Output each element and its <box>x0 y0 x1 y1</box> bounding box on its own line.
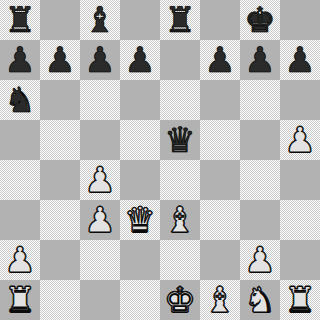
square-a8[interactable]: ♜ <box>0 0 40 40</box>
white-king-e1[interactable]: ♚ <box>160 280 200 320</box>
square-g6[interactable] <box>240 80 280 120</box>
square-g7[interactable]: ♟ <box>240 40 280 80</box>
white-pawn-a2[interactable]: ♟ <box>0 240 40 280</box>
square-h8[interactable] <box>280 0 320 40</box>
square-d7[interactable]: ♟ <box>120 40 160 80</box>
black-pawn-b7[interactable]: ♟ <box>40 40 80 80</box>
square-d2[interactable] <box>120 240 160 280</box>
square-f4[interactable] <box>200 160 240 200</box>
square-f8[interactable] <box>200 0 240 40</box>
square-e7[interactable] <box>160 40 200 80</box>
square-d4[interactable] <box>120 160 160 200</box>
square-b3[interactable] <box>40 200 80 240</box>
square-f6[interactable] <box>200 80 240 120</box>
square-h7[interactable]: ♟ <box>280 40 320 80</box>
white-bishop-f1[interactable]: ♝ <box>200 280 240 320</box>
black-queen-e5[interactable]: ♛ <box>160 120 200 160</box>
square-c6[interactable] <box>80 80 120 120</box>
square-a2[interactable]: ♟ <box>0 240 40 280</box>
square-e5[interactable]: ♛ <box>160 120 200 160</box>
square-b1[interactable] <box>40 280 80 320</box>
square-g1[interactable]: ♞ <box>240 280 280 320</box>
white-pawn-g2[interactable]: ♟ <box>240 240 280 280</box>
white-pawn-c3[interactable]: ♟ <box>80 200 120 240</box>
white-knight-g1[interactable]: ♞ <box>240 280 280 320</box>
square-b5[interactable] <box>40 120 80 160</box>
square-f2[interactable] <box>200 240 240 280</box>
square-e6[interactable] <box>160 80 200 120</box>
square-e3[interactable]: ♝ <box>160 200 200 240</box>
square-e2[interactable] <box>160 240 200 280</box>
square-h1[interactable]: ♜ <box>280 280 320 320</box>
square-d5[interactable] <box>120 120 160 160</box>
square-a7[interactable]: ♟ <box>0 40 40 80</box>
square-a6[interactable]: ♞ <box>0 80 40 120</box>
square-f7[interactable]: ♟ <box>200 40 240 80</box>
black-king-g8[interactable]: ♚ <box>240 0 280 40</box>
square-d3[interactable]: ♛ <box>120 200 160 240</box>
black-pawn-a7[interactable]: ♟ <box>0 40 40 80</box>
white-bishop-e3[interactable]: ♝ <box>160 200 200 240</box>
white-pawn-c4[interactable]: ♟ <box>80 160 120 200</box>
square-h3[interactable] <box>280 200 320 240</box>
square-e4[interactable] <box>160 160 200 200</box>
black-pawn-h7[interactable]: ♟ <box>280 40 320 80</box>
square-b7[interactable]: ♟ <box>40 40 80 80</box>
white-pawn-h5[interactable]: ♟ <box>280 120 320 160</box>
square-a3[interactable] <box>0 200 40 240</box>
square-a5[interactable] <box>0 120 40 160</box>
black-pawn-f7[interactable]: ♟ <box>200 40 240 80</box>
black-pawn-g7[interactable]: ♟ <box>240 40 280 80</box>
square-c7[interactable]: ♟ <box>80 40 120 80</box>
square-b6[interactable] <box>40 80 80 120</box>
square-a4[interactable] <box>0 160 40 200</box>
square-f3[interactable] <box>200 200 240 240</box>
chess-board: ♜♝♜♚♟♟♟♟♟♟♟♞♛♟♟♟♛♝♟♟♜♚♝♞♜ <box>0 0 320 320</box>
square-f1[interactable]: ♝ <box>200 280 240 320</box>
square-c4[interactable]: ♟ <box>80 160 120 200</box>
white-queen-d3[interactable]: ♛ <box>120 200 160 240</box>
square-e8[interactable]: ♜ <box>160 0 200 40</box>
black-pawn-d7[interactable]: ♟ <box>120 40 160 80</box>
square-h2[interactable] <box>280 240 320 280</box>
square-b8[interactable] <box>40 0 80 40</box>
square-c8[interactable]: ♝ <box>80 0 120 40</box>
square-g8[interactable]: ♚ <box>240 0 280 40</box>
chess-board-window: ♜♝♜♚♟♟♟♟♟♟♟♞♛♟♟♟♛♝♟♟♜♚♝♞♜ <box>0 0 320 320</box>
square-d6[interactable] <box>120 80 160 120</box>
black-pawn-c7[interactable]: ♟ <box>80 40 120 80</box>
black-rook-a8[interactable]: ♜ <box>0 0 40 40</box>
square-g2[interactable]: ♟ <box>240 240 280 280</box>
black-knight-a6[interactable]: ♞ <box>0 80 40 120</box>
square-h4[interactable] <box>280 160 320 200</box>
square-b2[interactable] <box>40 240 80 280</box>
black-rook-e8[interactable]: ♜ <box>160 0 200 40</box>
square-c1[interactable] <box>80 280 120 320</box>
square-c5[interactable] <box>80 120 120 160</box>
square-f5[interactable] <box>200 120 240 160</box>
square-e1[interactable]: ♚ <box>160 280 200 320</box>
white-rook-a1[interactable]: ♜ <box>0 280 40 320</box>
square-a1[interactable]: ♜ <box>0 280 40 320</box>
square-h6[interactable] <box>280 80 320 120</box>
white-rook-h1[interactable]: ♜ <box>280 280 320 320</box>
square-c2[interactable] <box>80 240 120 280</box>
square-h5[interactable]: ♟ <box>280 120 320 160</box>
square-d8[interactable] <box>120 0 160 40</box>
square-b4[interactable] <box>40 160 80 200</box>
square-d1[interactable] <box>120 280 160 320</box>
square-g5[interactable] <box>240 120 280 160</box>
square-g4[interactable] <box>240 160 280 200</box>
square-c3[interactable]: ♟ <box>80 200 120 240</box>
square-g3[interactable] <box>240 200 280 240</box>
black-bishop-c8[interactable]: ♝ <box>80 0 120 40</box>
